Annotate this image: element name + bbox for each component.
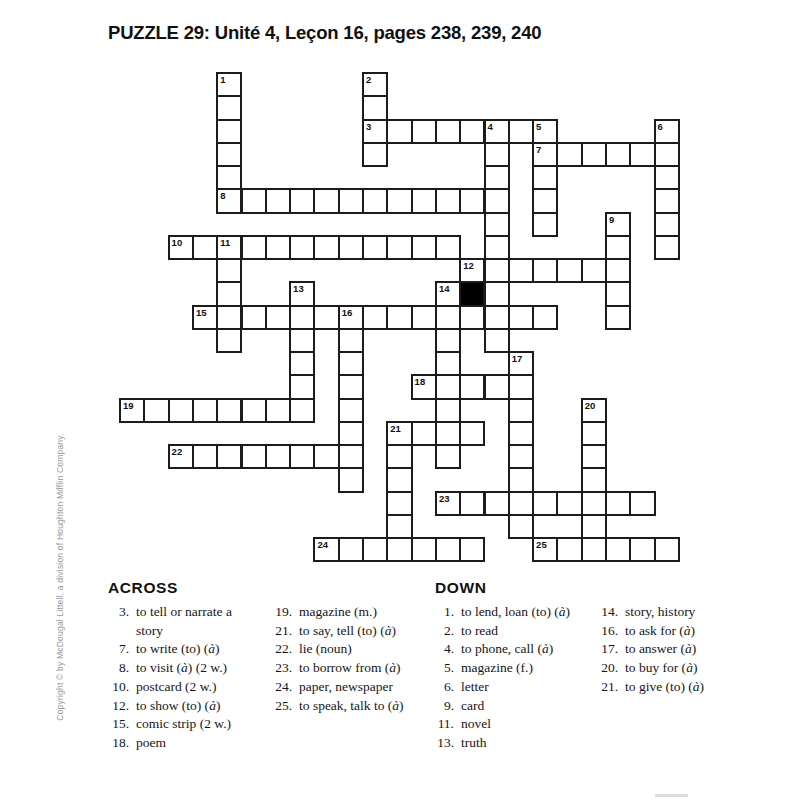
across-clue-8: 8.to visit (à) (2 w.) (103, 659, 261, 678)
grid-cell-r7-c3[interactable] (192, 235, 218, 260)
grid-cell-r5-c17[interactable] (532, 188, 558, 213)
grid-cell-r5-c11[interactable] (386, 188, 412, 213)
cell-number-6: 6 (658, 121, 663, 132)
grid-cell-r14-c0[interactable]: 19 (119, 398, 145, 423)
grid-cell-r3-c22[interactable] (654, 142, 680, 167)
grid-cell-r15-c14[interactable] (459, 421, 485, 446)
clue-number-label: 21. (592, 678, 618, 697)
grid-cell-r9-c7[interactable]: 13 (289, 281, 315, 306)
grid-cell-r11-c15[interactable] (484, 328, 510, 353)
clue-text: to borrow from (à) (299, 659, 401, 678)
cell-number-5: 5 (536, 121, 541, 132)
cell-number-16: 16 (342, 307, 353, 318)
grid-cell-r7-c4[interactable]: 11 (216, 235, 242, 260)
cell-number-3: 3 (366, 121, 371, 132)
grid-cell-r3-c18[interactable] (556, 142, 582, 167)
grid-cell-r0-c10[interactable]: 2 (362, 72, 388, 97)
clue-number-label: 17. (592, 640, 618, 659)
grid-cell-r7-c20[interactable] (605, 235, 631, 260)
across-clue-18: 18.poem (103, 734, 261, 753)
clue-text: to ask for (à) (625, 622, 695, 641)
clue-text: to write (to) (à) (136, 640, 220, 659)
grid-cell-r11-c9[interactable] (338, 328, 364, 353)
grid-cell-r18-c11[interactable] (386, 491, 412, 516)
clue-text: story, history (625, 603, 695, 622)
across-clue-19: 19.magazine (m.) (266, 603, 434, 622)
grid-cell-r10-c13[interactable] (435, 305, 461, 330)
grid-cell-r6-c20[interactable]: 9 (605, 212, 631, 237)
cell-number-12: 12 (463, 260, 474, 271)
grid-cell-r5-c12[interactable] (411, 188, 437, 213)
grid-cell-r2-c16[interactable] (508, 119, 534, 144)
grid-cell-r18-c20[interactable] (605, 491, 631, 516)
clue-text: to read (461, 622, 498, 641)
clue-number-label: 20. (592, 659, 618, 678)
down-clue-4: 4.to phone, call (à) (428, 640, 596, 659)
grid-cell-r10-c20[interactable] (605, 305, 631, 330)
grid-cell-r10-c11[interactable] (386, 305, 412, 330)
grid-cell-r14-c1[interactable] (143, 398, 169, 423)
down-clue-20: 20.to buy for (à) (592, 659, 758, 678)
grid-cell-r2-c11[interactable] (386, 119, 412, 144)
clue-number-label: 16. (592, 622, 618, 641)
cell-number-10: 10 (172, 237, 183, 248)
clue-text: to speak, talk to (à) (299, 697, 404, 716)
grid-cell-r18-c21[interactable] (629, 491, 655, 516)
grid-cell-r2-c14[interactable] (459, 119, 485, 144)
grid-cell-r20-c21[interactable] (629, 537, 655, 562)
across-header: ACROSS (108, 579, 178, 597)
grid-cell-r9-c13[interactable]: 14 (435, 281, 461, 306)
cell-number-19: 19 (123, 400, 134, 411)
grid-cell-r16-c13[interactable] (435, 444, 461, 469)
grid-cell-r13-c15[interactable] (484, 374, 510, 399)
grid-cell-r14-c2[interactable] (168, 398, 194, 423)
cell-number-1: 1 (220, 74, 225, 85)
grid-cell-r3-c17[interactable]: 7 (532, 142, 558, 167)
grid-cell-r3-c15[interactable] (484, 142, 510, 167)
across-clue-21: 21.to say, tell (to) (à) (266, 622, 434, 641)
down-clue-2: 2.to read (428, 622, 596, 641)
grid-cell-r16-c7[interactable] (289, 444, 315, 469)
grid-cell-r12-c9[interactable] (338, 351, 364, 376)
grid-cell-r16-c6[interactable] (265, 444, 291, 469)
grid-cell-r20-c17[interactable]: 25 (532, 537, 558, 562)
grid-cell-r13-c9[interactable] (338, 374, 364, 399)
clue-number-label: 12. (103, 697, 129, 716)
grid-cell-r16-c5[interactable] (241, 444, 267, 469)
grid-cell-r15-c13[interactable] (435, 421, 461, 446)
clue-text: to show (to) (à) (136, 697, 220, 716)
crossword-grid: 1234567891011121314151617181920212223242… (119, 72, 680, 563)
grid-cell-r4-c4[interactable] (216, 165, 242, 190)
grid-cell-r15-c9[interactable] (338, 421, 364, 446)
grid-cell-r9-c20[interactable] (605, 281, 631, 306)
grid-cell-r18-c17[interactable] (532, 491, 558, 516)
grid-cell-r5-c22[interactable] (654, 188, 680, 213)
grid-cell-r13-c14[interactable] (459, 374, 485, 399)
grid-cell-r16-c8[interactable] (313, 444, 339, 469)
grid-cell-r18-c18[interactable] (556, 491, 582, 516)
grid-cell-r1-c10[interactable] (362, 95, 388, 120)
grid-cell-r18-c15[interactable] (484, 491, 510, 516)
grid-cell-r16-c11[interactable] (386, 444, 412, 469)
grid-cell-r3-c10[interactable] (362, 142, 388, 167)
grid-cell-r20-c11[interactable] (386, 537, 412, 562)
grid-cell-r2-c12[interactable] (411, 119, 437, 144)
cell-number-18: 18 (415, 376, 426, 387)
cell-number-20: 20 (585, 400, 596, 411)
grid-cell-r10-c5[interactable] (241, 305, 267, 330)
grid-cell-r14-c6[interactable] (265, 398, 291, 423)
down-clue-14: 14.story, history (592, 603, 758, 622)
grid-cell-r5-c15[interactable] (484, 188, 510, 213)
clue-number-label: 9. (428, 697, 454, 716)
grid-cell-r3-c4[interactable] (216, 142, 242, 167)
across-clues-column-1: 3.to tell or narrate a story7.to write (… (103, 603, 261, 753)
grid-cell-r11-c4[interactable] (216, 328, 242, 353)
clue-text: paper, newspaper (299, 678, 393, 697)
grid-cell-r5-c9[interactable] (338, 188, 364, 213)
grid-cell-r7-c6[interactable] (265, 235, 291, 260)
grid-cell-r20-c12[interactable] (411, 537, 437, 562)
grid-cell-r17-c16[interactable] (508, 467, 534, 492)
across-clue-3: 3.to tell or narrate a story (103, 603, 261, 640)
grid-cell-r13-c16[interactable] (508, 374, 534, 399)
grid-cell-r14-c4[interactable] (216, 398, 242, 423)
down-clue-16: 16.to ask for (à) (592, 622, 758, 641)
across-clue-25: 25.to speak, talk to (à) (266, 697, 434, 716)
clue-text: to tell or narrate a story (136, 603, 261, 640)
grid-cell-r8-c15[interactable] (484, 258, 510, 283)
clue-number-label: 10. (103, 678, 129, 697)
grid-cell-r18-c19[interactable] (581, 491, 607, 516)
grid-cell-r14-c9[interactable] (338, 398, 364, 423)
clue-text: to answer (à) (625, 640, 696, 659)
grid-cell-r5-c13[interactable] (435, 188, 461, 213)
grid-cell-r20-c22[interactable] (654, 537, 680, 562)
grid-cell-r3-c19[interactable] (581, 142, 607, 167)
grid-cell-r5-c5[interactable] (241, 188, 267, 213)
across-clue-10: 10.postcard (2 w.) (103, 678, 261, 697)
grid-cell-r15-c11[interactable]: 21 (386, 421, 412, 446)
grid-cell-r10-c9[interactable]: 16 (338, 305, 364, 330)
grid-cell-r7-c8[interactable] (313, 235, 339, 260)
clue-number-label: 2. (428, 622, 454, 641)
down-clue-13: 13.truth (428, 734, 596, 753)
clue-text: postcard (2 w.) (136, 678, 216, 697)
across-clue-12: 12.to show (to) (à) (103, 697, 261, 716)
clue-text: card (461, 697, 484, 716)
clue-text: magazine (f.) (461, 659, 533, 678)
grid-cell-r10-c16[interactable] (508, 305, 534, 330)
clue-number-label: 14. (592, 603, 618, 622)
grid-cell-r20-c19[interactable] (581, 537, 607, 562)
cell-number-7: 7 (536, 144, 541, 155)
grid-cell-r15-c12[interactable] (411, 421, 437, 446)
grid-cell-r20-c9[interactable] (338, 537, 364, 562)
down-clue-9: 9.card (428, 697, 596, 716)
grid-cell-r15-c16[interactable] (508, 421, 534, 446)
grid-cell-r14-c7[interactable] (289, 398, 315, 423)
clue-text: novel (461, 715, 491, 734)
grid-cell-r11-c7[interactable] (289, 328, 315, 353)
clue-text: poem (136, 734, 166, 753)
grid-cell-r20-c18[interactable] (556, 537, 582, 562)
grid-cell-r2-c13[interactable] (435, 119, 461, 144)
grid-cell-r18-c14[interactable] (459, 491, 485, 516)
grid-cell-r10-c8[interactable] (313, 305, 339, 330)
grid-cell-r20-c10[interactable] (362, 537, 388, 562)
clue-number-label: 7. (103, 640, 129, 659)
grid-cell-r3-c21[interactable] (629, 142, 655, 167)
grid-cell-r4-c22[interactable] (654, 165, 680, 190)
clue-number-label: 5. (428, 659, 454, 678)
clue-number-label: 11. (428, 715, 454, 734)
grid-cell-r9-c15[interactable] (484, 281, 510, 306)
grid-cell-r4-c17[interactable] (532, 165, 558, 190)
grid-cell-r19-c16[interactable] (508, 514, 534, 539)
grid-cell-r17-c9[interactable] (338, 467, 364, 492)
clue-text: to visit (à) (2 w.) (136, 659, 227, 678)
clue-text: magazine (m.) (299, 603, 377, 622)
across-clue-22: 22.lie (noun) (266, 640, 434, 659)
down-clue-1: 1.to lend, loan (to) (à) (428, 603, 596, 622)
grid-cell-r10-c17[interactable] (532, 305, 558, 330)
grid-cell-r2-c22[interactable]: 6 (654, 119, 680, 144)
grid-cell-r11-c13[interactable] (435, 328, 461, 353)
clue-number-label: 18. (103, 734, 129, 753)
grid-cell-r2-c4[interactable] (216, 119, 242, 144)
cell-number-4: 4 (488, 121, 493, 132)
grid-cell-r8-c4[interactable] (216, 258, 242, 283)
grid-cell-r6-c15[interactable] (484, 212, 510, 237)
grid-cell-r10-c4[interactable] (216, 305, 242, 330)
grid-cell-r12-c13[interactable] (435, 351, 461, 376)
grid-cell-r7-c10[interactable] (362, 235, 388, 260)
grid-cell-r2-c17[interactable]: 5 (532, 119, 558, 144)
grid-cell-r5-c10[interactable] (362, 188, 388, 213)
grid-cell-r7-c7[interactable] (289, 235, 315, 260)
grid-cell-r10-c14[interactable] (459, 305, 485, 330)
cell-number-14: 14 (439, 283, 450, 294)
down-clue-6: 6.letter (428, 678, 596, 697)
black-cell-r9-c14 (459, 281, 485, 306)
down-clue-5: 5.magazine (f.) (428, 659, 596, 678)
grid-cell-r7-c2[interactable]: 10 (168, 235, 194, 260)
cell-number-15: 15 (196, 307, 207, 318)
clue-number-label: 6. (428, 678, 454, 697)
grid-cell-r16-c16[interactable] (508, 444, 534, 469)
scan-artifact-line (655, 794, 688, 797)
grid-cell-r5-c6[interactable] (265, 188, 291, 213)
grid-cell-r6-c22[interactable] (654, 212, 680, 237)
down-header: DOWN (435, 579, 486, 597)
cell-number-9: 9 (609, 214, 614, 225)
grid-cell-r7-c22[interactable] (654, 235, 680, 260)
cell-number-23: 23 (439, 493, 450, 504)
cell-number-24: 24 (317, 539, 328, 550)
clue-number-label: 1. (428, 603, 454, 622)
clue-text: letter (461, 678, 489, 697)
grid-cell-r20-c13[interactable] (435, 537, 461, 562)
clue-number-label: 15. (103, 715, 129, 734)
grid-cell-r20-c14[interactable] (459, 537, 485, 562)
grid-cell-r5-c7[interactable] (289, 188, 315, 213)
grid-cell-r16-c2[interactable]: 22 (168, 444, 194, 469)
grid-cell-r19-c19[interactable] (581, 514, 607, 539)
grid-cell-r2-c10[interactable]: 3 (362, 119, 388, 144)
clue-number-label: 13. (428, 734, 454, 753)
cell-number-13: 13 (293, 283, 304, 294)
cell-number-21: 21 (390, 423, 401, 434)
clue-text: to lend, loan (to) (à) (461, 603, 570, 622)
clue-number-label: 4. (428, 640, 454, 659)
grid-cell-r12-c16[interactable]: 17 (508, 351, 534, 376)
grid-cell-r3-c20[interactable] (605, 142, 631, 167)
grid-cell-r15-c19[interactable] (581, 421, 607, 446)
clue-text: lie (noun) (299, 640, 352, 659)
grid-cell-r14-c19[interactable]: 20 (581, 398, 607, 423)
down-clue-11: 11.novel (428, 715, 596, 734)
grid-cell-r8-c14[interactable]: 12 (459, 258, 485, 283)
grid-cell-r13-c12[interactable]: 18 (411, 374, 437, 399)
worksheet-page: PUZZLE 29: Unité 4, Leçon 16, pages 238,… (0, 0, 800, 801)
grid-cell-r7-c5[interactable] (241, 235, 267, 260)
across-clue-15: 15.comic strip (2 w.) (103, 715, 261, 734)
clue-text: to say, tell (to) (à) (299, 622, 396, 641)
grid-cell-r18-c13[interactable]: 23 (435, 491, 461, 516)
grid-cell-r0-c4[interactable]: 1 (216, 72, 242, 97)
grid-cell-r7-c11[interactable] (386, 235, 412, 260)
cell-number-25: 25 (536, 539, 547, 550)
grid-cell-r12-c7[interactable] (289, 351, 315, 376)
grid-cell-r1-c4[interactable] (216, 95, 242, 120)
grid-cell-r5-c8[interactable] (313, 188, 339, 213)
clue-number-label: 23. (266, 659, 292, 678)
cell-number-22: 22 (172, 446, 183, 457)
grid-cell-r16-c9[interactable] (338, 444, 364, 469)
grid-cell-r16-c3[interactable] (192, 444, 218, 469)
copyright-text: Copyright © by McDougal Littell, a divis… (55, 433, 65, 720)
clue-number-label: 3. (103, 603, 129, 640)
grid-cell-r2-c15[interactable]: 4 (484, 119, 510, 144)
grid-cell-r8-c17[interactable] (532, 258, 558, 283)
grid-cell-r17-c11[interactable] (386, 467, 412, 492)
grid-cell-r10-c12[interactable] (411, 305, 437, 330)
grid-cell-r13-c7[interactable] (289, 374, 315, 399)
clue-number-label: 24. (266, 678, 292, 697)
grid-cell-r8-c20[interactable] (605, 258, 631, 283)
grid-cell-r7-c12[interactable] (411, 235, 437, 260)
grid-cell-r19-c11[interactable] (386, 514, 412, 539)
grid-cell-r5-c14[interactable] (459, 188, 485, 213)
grid-cell-r9-c4[interactable] (216, 281, 242, 306)
grid-cell-r10-c7[interactable] (289, 305, 315, 330)
clue-number-label: 22. (266, 640, 292, 659)
clue-text: to give (to) (à) (625, 678, 704, 697)
grid-cell-r20-c20[interactable] (605, 537, 631, 562)
grid-cell-r10-c15[interactable] (484, 305, 510, 330)
clue-text: to phone, call (à) (461, 640, 553, 659)
down-clue-21: 21.to give (to) (à) (592, 678, 758, 697)
cell-number-17: 17 (512, 353, 523, 364)
grid-cell-r14-c13[interactable] (435, 398, 461, 423)
grid-cell-r7-c15[interactable] (484, 235, 510, 260)
grid-cell-r5-c4[interactable]: 8 (216, 188, 242, 213)
across-clue-23: 23.to borrow from (à) (266, 659, 434, 678)
grid-cell-r7-c9[interactable] (338, 235, 364, 260)
clue-text: truth (461, 734, 487, 753)
grid-cell-r8-c18[interactable] (556, 258, 582, 283)
grid-cell-r17-c19[interactable] (581, 467, 607, 492)
clue-number-label: 8. (103, 659, 129, 678)
grid-cell-r8-c16[interactable] (508, 258, 534, 283)
clue-text: comic strip (2 w.) (136, 715, 231, 734)
down-clue-17: 17.to answer (à) (592, 640, 758, 659)
clue-number-label: 25. (266, 697, 292, 716)
cell-number-8: 8 (220, 190, 225, 201)
grid-cell-r10-c10[interactable] (362, 305, 388, 330)
across-clues-column-2: 19.magazine (m.)21.to say, tell (to) (à)… (266, 603, 434, 715)
grid-cell-r18-c16[interactable] (508, 491, 534, 516)
down-clues-column-1: 1.to lend, loan (to) (à)2.to read4.to ph… (428, 603, 596, 753)
grid-cell-r4-c15[interactable] (484, 165, 510, 190)
grid-cell-r10-c3[interactable]: 15 (192, 305, 218, 330)
across-clue-7: 7.to write (to) (à) (103, 640, 261, 659)
down-clues-column-2: 14.story, history16.to ask for (à)17.to … (592, 603, 758, 697)
grid-cell-r20-c8[interactable]: 24 (313, 537, 339, 562)
cell-number-2: 2 (366, 74, 371, 85)
grid-cell-r14-c16[interactable] (508, 398, 534, 423)
grid-cell-r10-c6[interactable] (265, 305, 291, 330)
grid-cell-r14-c5[interactable] (241, 398, 267, 423)
grid-cell-r16-c4[interactable] (216, 444, 242, 469)
clue-number-label: 21. (266, 622, 292, 641)
clue-number-label: 19. (266, 603, 292, 622)
across-clue-24: 24.paper, newspaper (266, 678, 434, 697)
grid-cell-r8-c19[interactable] (581, 258, 607, 283)
grid-cell-r14-c3[interactable] (192, 398, 218, 423)
grid-cell-r6-c17[interactable] (532, 212, 558, 237)
grid-cell-r16-c19[interactable] (581, 444, 607, 469)
cell-number-11: 11 (220, 237, 230, 248)
grid-cell-r13-c13[interactable] (435, 374, 461, 399)
page-title: PUZZLE 29: Unité 4, Leçon 16, pages 238,… (108, 22, 541, 44)
clue-text: to buy for (à) (625, 659, 697, 678)
grid-cell-r7-c13[interactable] (435, 235, 461, 260)
